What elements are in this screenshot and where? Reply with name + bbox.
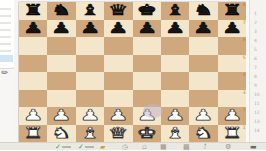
rank-coordinate-8: 8 [243,3,246,8]
move-number-row[interactable]: 11 [254,102,260,107]
square-b6[interactable] [47,37,75,55]
share-icon[interactable]: ⤴ [203,144,207,151]
list-row-text [0,15,11,17]
square-f6[interactable] [161,37,189,55]
square-b3[interactable] [47,90,75,108]
piece-white-rook[interactable]: ♜ [210,125,254,143]
piece-white-pawn[interactable]: ♟ [210,107,254,125]
move-number-row[interactable]: 10 [254,93,260,98]
list-row-text [0,22,11,24]
move-number-row[interactable]: 12 [254,111,260,116]
move-number-row[interactable]: 14 [254,129,260,134]
square-a5[interactable] [19,55,47,73]
square-c6[interactable] [76,37,104,55]
square-b5[interactable] [47,55,75,73]
move-number-row[interactable]: 5 [254,48,257,53]
history-icon[interactable]: ◷ [122,144,128,151]
square-f3[interactable] [161,90,189,108]
square-d6[interactable] [104,37,132,55]
square-d5[interactable] [104,55,132,73]
toolbar-label-smudge [85,146,94,149]
rank-coordinate-1: 1 [243,126,246,131]
rank-coordinate-7: 7 [243,21,246,26]
list-row-text [0,43,11,45]
cursor-highlight [143,104,163,118]
list-row-text [0,50,11,52]
move-number-row[interactable]: 1 [254,12,257,17]
move-number-row[interactable]: 4 [254,39,257,44]
square-d4[interactable] [104,72,132,90]
square-e4[interactable] [133,72,161,90]
move-number-row[interactable]: 2 [254,21,257,26]
square-g6[interactable] [189,37,217,55]
move-number-row[interactable]: 3 [254,30,257,35]
move-number-row[interactable]: 7 [254,66,257,71]
move-number-row[interactable]: 13 [254,120,260,125]
square-g4[interactable] [189,72,217,90]
square-e5[interactable] [133,55,161,73]
square-d3[interactable] [104,90,132,108]
square-f5[interactable] [161,55,189,73]
square-a6[interactable] [19,37,47,55]
flag-icon[interactable]: ▫ [142,144,147,151]
square-e6[interactable] [133,37,161,55]
rank-coordinate-3: 3 [243,91,246,96]
toolbar-label-smudge [62,146,71,149]
board-icon[interactable]: ▦ [160,144,167,151]
gear-icon[interactable]: ⚙ [225,144,231,151]
bottom-toolbar: ✓✓▰◷▫▦▩⤴⚙▬ [0,142,266,150]
rank-coordinate-6: 6 [243,38,246,43]
move-number-row[interactable]: 6 [254,57,257,62]
grid-icon[interactable]: ▩ [183,144,190,151]
chess-board[interactable]: ♜♞♝♛♚♝♞♜♟♟♟♟♟♟♟♟♟♟♟♟♟♟♟♟♜♞♝♛♚♝♞♜87654321 [19,2,246,142]
pencil-icon[interactable]: ✎ [0,68,10,78]
move-number-row[interactable]: 9 [254,84,257,89]
list-row-text [0,36,11,38]
selected-list-row[interactable] [0,55,13,62]
piece-black-pawn[interactable]: ♟ [210,20,254,38]
rank-coordinate-4: 4 [243,73,246,78]
square-c3[interactable] [76,90,104,108]
square-c4[interactable] [76,72,104,90]
restore-check-icon[interactable]: ✓ [78,144,84,151]
square-f4[interactable] [161,72,189,90]
square-g5[interactable] [189,55,217,73]
folder-icon[interactable]: ▰ [100,144,105,151]
list-row-text [0,8,11,10]
square-b4[interactable] [47,72,75,90]
piece-black-rook[interactable]: ♜ [210,2,254,20]
move-number-row[interactable]: 8 [254,75,257,80]
square-a3[interactable] [19,90,47,108]
rank-coordinate-5: 5 [243,56,246,61]
rank-coordinate-2: 2 [243,108,246,113]
save-check-icon[interactable]: ✓ [55,144,61,151]
list-row-text [0,29,11,31]
square-g3[interactable] [189,90,217,108]
square-c5[interactable] [76,55,104,73]
chess-app-window: ✎ ♜♞♝♛♚♝♞♜♟♟♟♟♟♟♟♟♟♟♟♟♟♟♟♟♜♞♝♛♚♝♞♜876543… [0,0,266,150]
square-a4[interactable] [19,72,47,90]
eraser-icon[interactable]: ▬ [250,144,257,151]
